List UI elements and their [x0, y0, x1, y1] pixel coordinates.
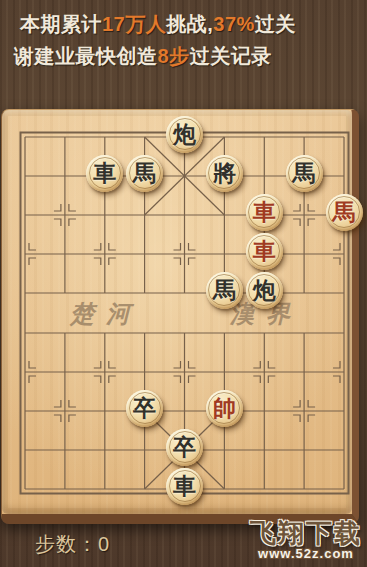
app-screen: 本期累计17万人挑战,37%过关 谢建业最快创造8步过关记录 楚河 漢界 炮車馬… [0, 0, 367, 567]
piece-black-車-c4r9[interactable]: 車 [166, 468, 203, 505]
piece-glyph: 卒 [173, 436, 196, 459]
step-counter-label: 步数： [35, 533, 98, 555]
piece-glyph: 車 [93, 162, 116, 185]
piece-glyph: 炮 [173, 123, 196, 146]
piece-glyph: 馬 [213, 279, 236, 302]
piece-black-將-c5r1[interactable]: 將 [206, 155, 243, 192]
piece-black-馬-c3r1[interactable]: 馬 [126, 155, 163, 192]
piece-glyph: 馬 [333, 201, 356, 224]
piece-red-車-c6r3[interactable]: 車 [246, 233, 283, 270]
site-watermark: 飞翔下载 www.52z.com [250, 520, 362, 561]
piece-glyph: 帥 [213, 397, 236, 420]
piece-black-馬-c5r4[interactable]: 馬 [206, 272, 243, 309]
step-counter: 步数：0 [35, 531, 110, 558]
watermark-url: www.52z.com [250, 547, 362, 561]
piece-red-帥-c5r7[interactable]: 帥 [206, 390, 243, 427]
watermark-logo-text: 飞翔下载 [250, 520, 362, 547]
piece-glyph: 車 [173, 475, 196, 498]
piece-glyph: 將 [213, 162, 236, 185]
step-counter-value: 0 [98, 533, 110, 555]
piece-glyph: 馬 [133, 162, 156, 185]
piece-glyph: 馬 [293, 162, 316, 185]
piece-black-炮-c4r0[interactable]: 炮 [166, 116, 203, 153]
piece-red-馬-c8r2[interactable]: 馬 [326, 194, 363, 231]
piece-glyph: 炮 [253, 279, 276, 302]
piece-glyph: 車 [253, 240, 276, 263]
piece-glyph: 車 [253, 201, 276, 224]
piece-black-車-c2r1[interactable]: 車 [86, 155, 123, 192]
piece-black-卒-c3r7[interactable]: 卒 [126, 390, 163, 427]
piece-black-卒-c4r8[interactable]: 卒 [166, 429, 203, 466]
pieces-layer: 炮車馬將馬車馬車馬炮卒帥卒車 [0, 0, 367, 567]
piece-red-車-c6r2[interactable]: 車 [246, 194, 283, 231]
piece-glyph: 卒 [133, 397, 156, 420]
piece-black-炮-c6r4[interactable]: 炮 [246, 272, 283, 309]
piece-black-馬-c7r1[interactable]: 馬 [286, 155, 323, 192]
